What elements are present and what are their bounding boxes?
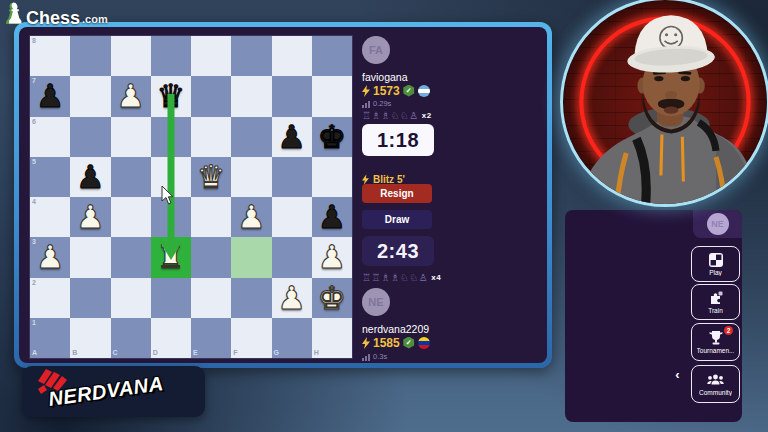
chesscom-pawn-icon: [4, 1, 24, 29]
resign-button[interactable]: Resign: [362, 184, 432, 203]
square-b6[interactable]: [70, 117, 110, 157]
square-d7[interactable]: ♛: [151, 76, 191, 116]
tournaments-badge: 2: [724, 326, 733, 335]
square-c6[interactable]: [111, 117, 151, 157]
rating-bolt-icon: [362, 85, 370, 97]
file-label: B: [72, 349, 77, 357]
square-g6[interactable]: ♟: [272, 117, 312, 157]
white-piece-d3[interactable]: ♜: [151, 237, 191, 277]
top-player-latency: 0.29s: [373, 99, 391, 108]
trophy-icon: [708, 330, 724, 345]
square-e8[interactable]: [191, 36, 231, 76]
white-piece-h3[interactable]: ♟: [312, 237, 352, 277]
rank-label: 3: [32, 238, 36, 246]
top-captured-pieces: ♖♗♗♘♘♙ x2: [362, 110, 432, 121]
stream-sidebar-panel: NE Play Train Tournamen... 2: [565, 210, 742, 422]
square-c5[interactable]: [111, 157, 151, 197]
square-a3[interactable]: 3♟: [30, 237, 70, 277]
bottom-player-latency: 0.3s: [373, 352, 387, 361]
chesscom-logo: Chess .com: [4, 1, 108, 29]
square-e2[interactable]: [191, 278, 231, 318]
black-piece-b5[interactable]: ♟: [70, 157, 110, 197]
square-f4[interactable]: ♟: [231, 197, 271, 237]
top-player-name[interactable]: faviogana: [362, 71, 408, 83]
square-c2[interactable]: [111, 278, 151, 318]
square-a5[interactable]: 5: [30, 157, 70, 197]
square-b8[interactable]: [70, 36, 110, 76]
square-d3[interactable]: ♜: [151, 237, 191, 277]
bottom-captured-pieces: ♖♖♗♗♘♘♙ x4: [362, 272, 441, 283]
file-label: F: [233, 349, 237, 357]
rank-label: 8: [32, 37, 36, 45]
game-window: 87♟♟♛6♟♚5♟♛4♟♟♟3♟♜♟2♟♚1ABCDEFGH FA favio…: [14, 22, 552, 368]
sidebar-item-community[interactable]: Community: [691, 365, 740, 403]
file-label: H: [314, 349, 319, 357]
signal-icon: [362, 101, 370, 108]
square-a2[interactable]: 2: [30, 278, 70, 318]
rank-label: 6: [32, 118, 36, 126]
rank-label: 5: [32, 158, 36, 166]
square-f2[interactable]: [231, 278, 271, 318]
black-piece-d7[interactable]: ♛: [151, 76, 191, 116]
verified-badge-icon: ✓: [403, 337, 415, 349]
rank-label: 7: [32, 77, 36, 85]
file-label: G: [274, 349, 279, 357]
argentina-flag-icon: [418, 85, 430, 97]
white-piece-a3[interactable]: ♟: [30, 237, 70, 277]
square-e7[interactable]: [191, 76, 231, 116]
square-b3[interactable]: [70, 237, 110, 277]
square-a1[interactable]: 1A: [30, 318, 70, 358]
square-h3[interactable]: ♟: [312, 237, 352, 277]
chevron-left-icon: ‹: [675, 367, 679, 382]
rating-bolt-icon: [362, 337, 370, 349]
rank-label: 2: [32, 279, 36, 287]
square-b7[interactable]: [70, 76, 110, 116]
square-g4[interactable]: [272, 197, 312, 237]
rank-label: 1: [32, 319, 36, 327]
square-a6[interactable]: 6: [30, 117, 70, 157]
square-e6[interactable]: [191, 117, 231, 157]
square-g2[interactable]: ♟: [272, 278, 312, 318]
square-g1[interactable]: G: [272, 318, 312, 358]
sidebar-collapse-button[interactable]: ‹: [669, 360, 686, 388]
white-piece-f4[interactable]: ♟: [231, 197, 271, 237]
community-people-icon: [707, 373, 724, 387]
bottom-player-clock: 2:43: [362, 236, 434, 266]
file-label: D: [153, 349, 158, 357]
square-b2[interactable]: [70, 278, 110, 318]
square-b5[interactable]: ♟: [70, 157, 110, 197]
square-c3[interactable]: [111, 237, 151, 277]
black-piece-h4[interactable]: ♟: [312, 197, 352, 237]
black-piece-g6[interactable]: ♟: [272, 117, 312, 157]
square-d8[interactable]: [151, 36, 191, 76]
mouse-cursor: [161, 186, 175, 206]
top-player-rating: 1573: [373, 84, 400, 98]
sidebar-user-avatar[interactable]: NE: [707, 213, 729, 235]
chess-board[interactable]: 87♟♟♛6♟♚5♟♛4♟♟♟3♟♜♟2♟♚1ABCDEFGH: [30, 36, 352, 358]
square-g5[interactable]: [272, 157, 312, 197]
square-f3[interactable]: [231, 237, 271, 277]
white-piece-h2[interactable]: ♚: [312, 278, 352, 318]
square-g7[interactable]: [272, 76, 312, 116]
square-h7[interactable]: [312, 76, 352, 116]
square-c1[interactable]: C: [111, 318, 151, 358]
square-h6[interactable]: ♚: [312, 117, 352, 157]
square-f5[interactable]: [231, 157, 271, 197]
bottom-player-rating: 1585: [373, 336, 400, 350]
white-piece-b4[interactable]: ♟: [70, 197, 110, 237]
game-window-inner: 87♟♟♛6♟♚5♟♛4♟♟♟3♟♜♟2♟♚1ABCDEFGH FA favio…: [19, 27, 547, 363]
square-e4[interactable]: [191, 197, 231, 237]
sidebar-item-train[interactable]: Train: [691, 284, 740, 320]
square-g8[interactable]: [272, 36, 312, 76]
square-a8[interactable]: 8: [30, 36, 70, 76]
bottom-player-name[interactable]: nerdvana2209: [362, 323, 429, 335]
square-f1[interactable]: F: [231, 318, 271, 358]
venezuela-flag-icon: [418, 337, 430, 349]
square-e5[interactable]: ♛: [191, 157, 231, 197]
file-label: C: [113, 349, 118, 357]
square-h1[interactable]: H: [312, 318, 352, 358]
sidebar-item-tournaments[interactable]: Tournamen... 2: [691, 323, 740, 361]
avatar-top-player[interactable]: FA: [362, 36, 390, 64]
play-board-icon: [709, 253, 723, 267]
square-h8[interactable]: [312, 36, 352, 76]
square-e3[interactable]: [191, 237, 231, 277]
file-label: A: [32, 349, 37, 357]
sidebar-user-chip[interactable]: NE: [693, 210, 742, 238]
square-f6[interactable]: [231, 117, 271, 157]
square-b1[interactable]: B: [70, 318, 110, 358]
square-f8[interactable]: [231, 36, 271, 76]
square-e1[interactable]: E: [191, 318, 231, 358]
avatar-bottom-player[interactable]: NE: [362, 288, 390, 316]
square-h5[interactable]: [312, 157, 352, 197]
streamer-portrait: [563, 0, 767, 204]
black-piece-a7[interactable]: ♟: [30, 76, 70, 116]
white-piece-e5[interactable]: ♛: [191, 157, 231, 197]
square-c4[interactable]: [111, 197, 151, 237]
square-c8[interactable]: [111, 36, 151, 76]
square-f7[interactable]: [231, 76, 271, 116]
square-b4[interactable]: ♟: [70, 197, 110, 237]
draw-button[interactable]: Draw: [362, 210, 432, 229]
square-d2[interactable]: [151, 278, 191, 318]
sidebar-item-play[interactable]: Play: [691, 246, 740, 282]
top-player-clock: 1:18: [362, 124, 434, 156]
white-piece-g2[interactable]: ♟: [272, 278, 312, 318]
streamer-logo: NERDVANA: [22, 366, 205, 417]
square-g3[interactable]: [272, 237, 312, 277]
chesscom-dotcom: .com: [82, 9, 108, 29]
square-d6[interactable]: [151, 117, 191, 157]
square-d1[interactable]: D: [151, 318, 191, 358]
puzzle-icon: [709, 291, 723, 305]
chesscom-wordmark: Chess: [26, 7, 80, 29]
game-info-panel: FA faviogana 1573 ✓ 0.29s ♖♗♗♘♘♙ x2 1:18: [352, 27, 547, 363]
webcam-feed: [560, 0, 768, 207]
square-a7[interactable]: 7♟: [30, 76, 70, 116]
square-h4[interactable]: ♟: [312, 197, 352, 237]
black-piece-h6[interactable]: ♚: [312, 117, 352, 157]
rank-label: 4: [32, 198, 36, 206]
file-label: E: [193, 349, 198, 357]
square-c7[interactable]: ♟: [111, 76, 151, 116]
signal-icon: [362, 354, 370, 361]
verified-badge-icon: ✓: [403, 85, 415, 97]
white-piece-c7[interactable]: ♟: [111, 76, 151, 116]
square-h2[interactable]: ♚: [312, 278, 352, 318]
square-a4[interactable]: 4: [30, 197, 70, 237]
